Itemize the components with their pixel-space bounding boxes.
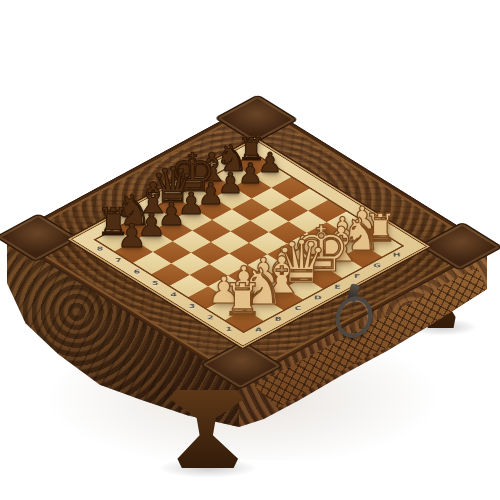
file-label-B: B [273, 315, 285, 322]
rank-label-8: 8 [94, 245, 106, 252]
rank-label-3: 3 [186, 302, 198, 309]
rank-label-1: 1 [223, 325, 235, 332]
file-label-H: H [391, 251, 403, 258]
piece-white-rook-a1[interactable]: ♜ [222, 277, 262, 322]
file-label-A: A [253, 326, 265, 333]
rank-label-6: 6 [130, 268, 142, 275]
rank-label-4: 4 [167, 291, 179, 298]
file-label-F: F [352, 273, 364, 280]
corner-block-right [419, 222, 500, 271]
chess-table-scene: 12345678 ABCDEFGH ♜♞♝♛♚♝♞♜♟♟♟♟♟♟♟♟♟♟♟♟♟♟… [0, 0, 500, 500]
rank-label-2: 2 [204, 314, 216, 321]
file-label-G: G [371, 262, 383, 269]
rank-label-5: 5 [149, 280, 161, 287]
piece-black-pawn-a7[interactable]: ♟ [117, 219, 147, 252]
rank-label-7: 7 [112, 257, 124, 264]
file-label-C: C [292, 305, 304, 312]
